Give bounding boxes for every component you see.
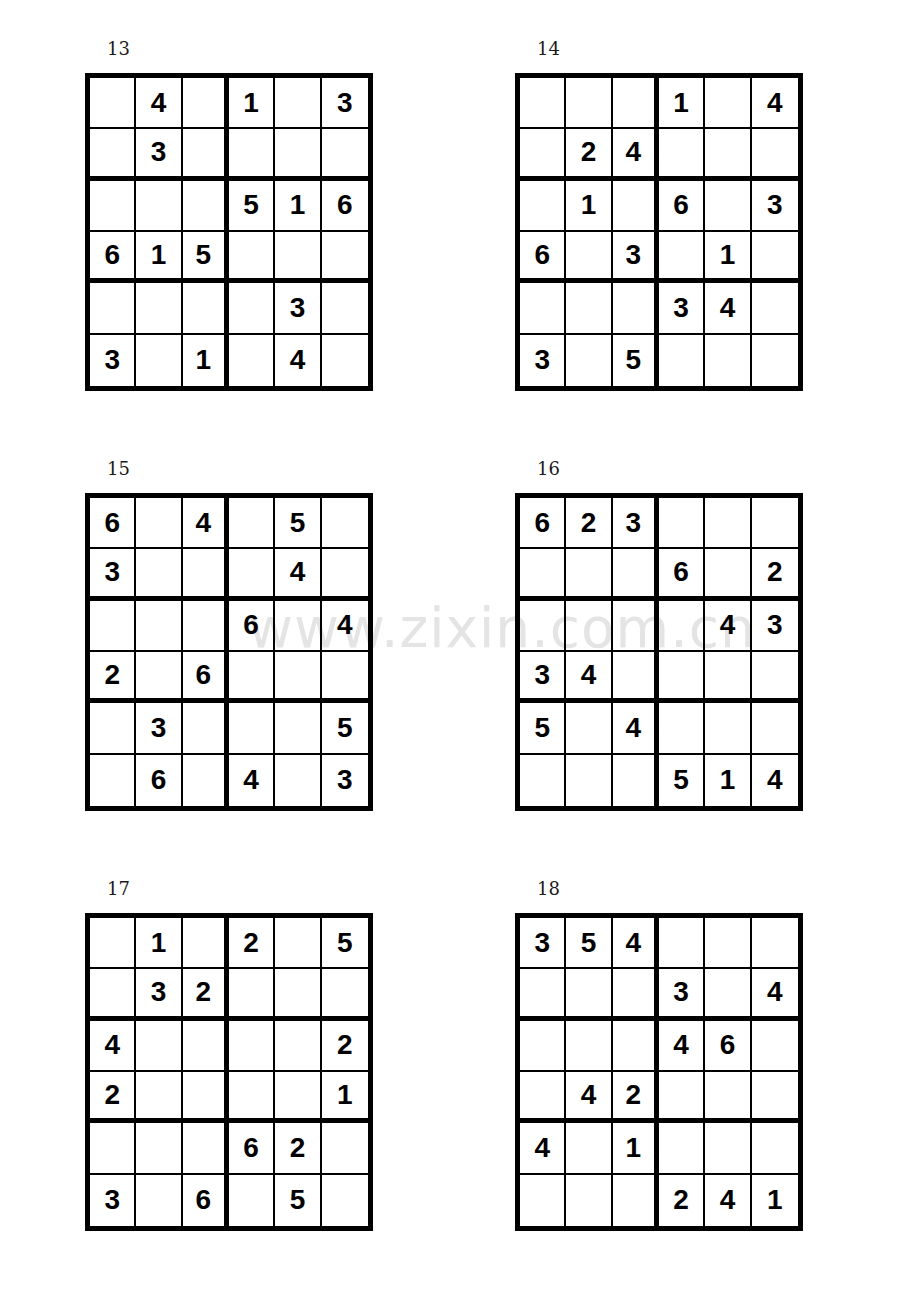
sudoku-cell-r3c5: 1 bbox=[275, 181, 321, 232]
sudoku-cell-r6c1 bbox=[520, 1175, 566, 1226]
sudoku-cell-r3c4: 4 bbox=[659, 1021, 705, 1072]
sudoku-cell-r3c2: 1 bbox=[566, 181, 612, 232]
sudoku-cell-r5c5 bbox=[705, 703, 751, 754]
sudoku-cell-r3c1 bbox=[520, 1021, 566, 1072]
sudoku-cell-r2c3 bbox=[183, 129, 229, 180]
sudoku-cell-r6c5: 5 bbox=[275, 1175, 321, 1226]
sudoku-cell-r4c1 bbox=[520, 1072, 566, 1123]
sudoku-cell-r4c3: 5 bbox=[183, 232, 229, 283]
sudoku-cell-r4c4 bbox=[659, 232, 705, 283]
sudoku-cell-r6c5: 4 bbox=[275, 335, 321, 386]
sudoku-cell-r2c2 bbox=[136, 549, 182, 600]
sudoku-cell-r1c1: 6 bbox=[90, 498, 136, 549]
sudoku-cell-r5c2 bbox=[566, 283, 612, 334]
sudoku-cell-r6c6 bbox=[322, 335, 368, 386]
puzzle-number-label: 13 bbox=[107, 38, 130, 59]
sudoku-cell-r5c3: 4 bbox=[613, 703, 659, 754]
sudoku-cell-r2c6 bbox=[322, 549, 368, 600]
sudoku-cell-r5c6 bbox=[322, 283, 368, 334]
sudoku-cell-r2c4: 3 bbox=[659, 969, 705, 1020]
sudoku-cell-r5c5: 4 bbox=[705, 283, 751, 334]
sudoku-cell-r1c4 bbox=[659, 498, 705, 549]
sudoku-cell-r1c5 bbox=[705, 918, 751, 969]
sudoku-cell-r2c4 bbox=[229, 549, 275, 600]
sudoku-cell-r3c2 bbox=[136, 601, 182, 652]
sudoku-cell-r1c4 bbox=[229, 498, 275, 549]
sudoku-cell-r3c6: 3 bbox=[752, 601, 798, 652]
sudoku-cell-r3c2 bbox=[136, 181, 182, 232]
sudoku-cell-r5c1 bbox=[90, 283, 136, 334]
sudoku-cell-r2c1 bbox=[520, 969, 566, 1020]
sudoku-cell-r4c6 bbox=[752, 232, 798, 283]
sudoku-cell-r1c6 bbox=[752, 918, 798, 969]
sudoku-cell-r5c4 bbox=[659, 1123, 705, 1174]
sudoku-board-14: 14241636313435 bbox=[515, 73, 803, 391]
sudoku-cell-r4c2: 1 bbox=[136, 232, 182, 283]
sudoku-cell-r1c3: 4 bbox=[613, 918, 659, 969]
sudoku-cell-r5c4: 3 bbox=[659, 283, 705, 334]
sudoku-cell-r4c1: 6 bbox=[90, 232, 136, 283]
sudoku-cell-r1c2 bbox=[566, 78, 612, 129]
sudoku-board-15: 64534642635643 bbox=[85, 493, 373, 811]
sudoku-cell-r6c3: 5 bbox=[613, 335, 659, 386]
sudoku-cell-r5c2 bbox=[136, 283, 182, 334]
sudoku-cell-r5c5 bbox=[275, 703, 321, 754]
sudoku-cell-r5c4: 6 bbox=[229, 1123, 275, 1174]
sudoku-cell-r5c2 bbox=[136, 1123, 182, 1174]
sudoku-cell-r4c2 bbox=[566, 232, 612, 283]
sudoku-cell-r6c3: 6 bbox=[183, 1175, 229, 1226]
sudoku-cell-r6c6: 1 bbox=[752, 1175, 798, 1226]
sudoku-cell-r2c3 bbox=[613, 969, 659, 1020]
sudoku-cell-r6c4: 2 bbox=[659, 1175, 705, 1226]
sudoku-cell-r2c5: 4 bbox=[275, 549, 321, 600]
sudoku-cell-r3c6: 2 bbox=[322, 1021, 368, 1072]
sudoku-cell-r1c3: 3 bbox=[613, 498, 659, 549]
sudoku-cell-r2c2: 2 bbox=[566, 129, 612, 180]
sudoku-cell-r6c3 bbox=[613, 1175, 659, 1226]
sudoku-cell-r4c6 bbox=[752, 652, 798, 703]
sudoku-cell-r1c2: 4 bbox=[136, 78, 182, 129]
sudoku-cell-r2c2 bbox=[566, 549, 612, 600]
sudoku-cell-r4c6 bbox=[752, 1072, 798, 1123]
sudoku-cell-r5c1 bbox=[90, 703, 136, 754]
sudoku-cell-r2c6: 2 bbox=[752, 549, 798, 600]
sudoku-cell-r1c3 bbox=[183, 918, 229, 969]
sudoku-cell-r4c6 bbox=[322, 232, 368, 283]
sudoku-cell-r6c3 bbox=[613, 755, 659, 806]
sudoku-cell-r6c3 bbox=[183, 755, 229, 806]
sudoku-cell-r1c5: 5 bbox=[275, 498, 321, 549]
sudoku-cell-r2c4 bbox=[659, 129, 705, 180]
sudoku-cell-r1c2: 5 bbox=[566, 918, 612, 969]
sudoku-cell-r5c2 bbox=[566, 703, 612, 754]
sudoku-cell-r4c3 bbox=[183, 1072, 229, 1123]
sudoku-cell-r3c4 bbox=[659, 601, 705, 652]
sudoku-cell-r3c2 bbox=[566, 1021, 612, 1072]
sudoku-cell-r2c6: 4 bbox=[752, 969, 798, 1020]
sudoku-cell-r3c3 bbox=[183, 1021, 229, 1072]
sudoku-cell-r6c6 bbox=[752, 335, 798, 386]
sudoku-cell-r3c4: 6 bbox=[659, 181, 705, 232]
sudoku-cell-r3c3 bbox=[613, 1021, 659, 1072]
sudoku-cell-r5c6 bbox=[752, 1123, 798, 1174]
sudoku-cell-r2c3: 4 bbox=[613, 129, 659, 180]
sudoku-cell-r2c4: 6 bbox=[659, 549, 705, 600]
sudoku-cell-r2c5 bbox=[705, 129, 751, 180]
sudoku-cell-r1c3: 4 bbox=[183, 498, 229, 549]
puzzle-number-label: 16 bbox=[537, 458, 560, 479]
sudoku-cell-r1c1 bbox=[90, 918, 136, 969]
sudoku-cell-r5c6 bbox=[752, 703, 798, 754]
sudoku-cell-r5c5: 2 bbox=[275, 1123, 321, 1174]
sudoku-cell-r1c4 bbox=[659, 918, 705, 969]
sudoku-cell-r5c1: 4 bbox=[520, 1123, 566, 1174]
sudoku-cell-r6c4 bbox=[229, 1175, 275, 1226]
sudoku-cell-r2c2: 3 bbox=[136, 969, 182, 1020]
sudoku-cell-r3c5 bbox=[705, 181, 751, 232]
sudoku-cell-r6c6 bbox=[322, 1175, 368, 1226]
sudoku-board-17: 12532422162365 bbox=[85, 913, 373, 1231]
sudoku-cell-r3c6: 6 bbox=[322, 181, 368, 232]
sudoku-cell-r5c6 bbox=[752, 283, 798, 334]
sudoku-cell-r6c5 bbox=[275, 755, 321, 806]
sudoku-cell-r5c4 bbox=[229, 283, 275, 334]
sudoku-cell-r4c5 bbox=[705, 1072, 751, 1123]
sudoku-cell-r6c4: 4 bbox=[229, 755, 275, 806]
sudoku-cell-r2c5 bbox=[705, 969, 751, 1020]
sudoku-cell-r4c4 bbox=[229, 1072, 275, 1123]
sudoku-cell-r4c5 bbox=[275, 652, 321, 703]
sudoku-cell-r1c2: 2 bbox=[566, 498, 612, 549]
sudoku-cell-r1c6: 4 bbox=[752, 78, 798, 129]
sudoku-cell-r1c5 bbox=[705, 78, 751, 129]
sudoku-cell-r1c3 bbox=[183, 78, 229, 129]
sudoku-cell-r5c2: 3 bbox=[136, 703, 182, 754]
sudoku-cell-r3c4 bbox=[229, 1021, 275, 1072]
sudoku-cell-r4c6 bbox=[322, 652, 368, 703]
sudoku-cell-r3c1: 4 bbox=[90, 1021, 136, 1072]
sudoku-cell-r1c1 bbox=[520, 78, 566, 129]
sudoku-cell-r2c3 bbox=[613, 549, 659, 600]
sudoku-cell-r2c1: 3 bbox=[90, 549, 136, 600]
sudoku-cell-r1c5 bbox=[275, 918, 321, 969]
sudoku-cell-r2c1 bbox=[90, 969, 136, 1020]
sudoku-cell-r5c3 bbox=[183, 283, 229, 334]
sudoku-cell-r1c2: 1 bbox=[136, 918, 182, 969]
sudoku-board-18: 35434464241241 bbox=[515, 913, 803, 1231]
sudoku-cell-r5c3 bbox=[183, 703, 229, 754]
sudoku-cell-r6c4 bbox=[229, 335, 275, 386]
sudoku-cell-r2c6 bbox=[322, 129, 368, 180]
sudoku-cell-r4c2: 4 bbox=[566, 1072, 612, 1123]
sudoku-cell-r6c5: 4 bbox=[705, 1175, 751, 1226]
sudoku-cell-r1c6 bbox=[322, 498, 368, 549]
sudoku-board-13: 41335166153314 bbox=[85, 73, 373, 391]
puzzle-number-label: 17 bbox=[107, 878, 130, 899]
sudoku-cell-r5c6 bbox=[322, 1123, 368, 1174]
sudoku-cell-r2c1 bbox=[520, 129, 566, 180]
puzzle-number-label: 18 bbox=[537, 878, 560, 899]
sudoku-cell-r4c3: 3 bbox=[613, 232, 659, 283]
sudoku-cell-r5c1: 5 bbox=[520, 703, 566, 754]
sudoku-cell-r5c3 bbox=[613, 283, 659, 334]
sudoku-cell-r3c3 bbox=[613, 181, 659, 232]
sudoku-cell-r6c2: 6 bbox=[136, 755, 182, 806]
sudoku-cell-r2c1 bbox=[520, 549, 566, 600]
sudoku-cell-r4c2: 4 bbox=[566, 652, 612, 703]
sudoku-cell-r6c2 bbox=[566, 1175, 612, 1226]
sudoku-cell-r2c4 bbox=[229, 969, 275, 1020]
sudoku-cell-r5c4 bbox=[659, 703, 705, 754]
sudoku-cell-r6c2 bbox=[136, 335, 182, 386]
sudoku-cell-r6c6: 3 bbox=[322, 755, 368, 806]
sudoku-cell-r1c3 bbox=[613, 78, 659, 129]
sudoku-cell-r3c1 bbox=[520, 601, 566, 652]
sudoku-cell-r5c3 bbox=[183, 1123, 229, 1174]
sudoku-cell-r1c6 bbox=[752, 498, 798, 549]
sudoku-cell-r3c5 bbox=[275, 1021, 321, 1072]
sudoku-cell-r4c1: 3 bbox=[520, 652, 566, 703]
sudoku-cell-r3c5: 6 bbox=[705, 1021, 751, 1072]
sudoku-cell-r2c2 bbox=[566, 969, 612, 1020]
sudoku-cell-r3c6 bbox=[752, 1021, 798, 1072]
sudoku-cell-r3c2 bbox=[136, 1021, 182, 1072]
sudoku-cell-r4c2 bbox=[136, 1072, 182, 1123]
sudoku-cell-r6c5: 1 bbox=[705, 755, 751, 806]
sudoku-cell-r5c5: 3 bbox=[275, 283, 321, 334]
sudoku-cell-r6c4 bbox=[659, 335, 705, 386]
sudoku-board-16: 62362433454514 bbox=[515, 493, 803, 811]
sudoku-cell-r5c2 bbox=[566, 1123, 612, 1174]
sudoku-cell-r2c5 bbox=[275, 129, 321, 180]
sudoku-cell-r4c3 bbox=[613, 652, 659, 703]
sudoku-cell-r3c5: 4 bbox=[705, 601, 751, 652]
sudoku-cell-r5c3: 1 bbox=[613, 1123, 659, 1174]
sudoku-cell-r6c2 bbox=[566, 335, 612, 386]
sudoku-cell-r4c3: 6 bbox=[183, 652, 229, 703]
sudoku-cell-r6c5 bbox=[705, 335, 751, 386]
sudoku-cell-r4c1: 2 bbox=[90, 1072, 136, 1123]
sudoku-cell-r4c5 bbox=[705, 652, 751, 703]
sudoku-cell-r2c5 bbox=[275, 969, 321, 1020]
sudoku-cell-r1c1 bbox=[90, 78, 136, 129]
sudoku-cell-r4c3: 2 bbox=[613, 1072, 659, 1123]
sudoku-cell-r1c5 bbox=[705, 498, 751, 549]
sudoku-cell-r6c4: 5 bbox=[659, 755, 705, 806]
sudoku-cell-r2c3 bbox=[183, 549, 229, 600]
sudoku-cell-r5c4 bbox=[229, 703, 275, 754]
sudoku-cell-r3c2 bbox=[566, 601, 612, 652]
sudoku-cell-r3c3 bbox=[183, 181, 229, 232]
sudoku-cell-r4c2 bbox=[136, 652, 182, 703]
sudoku-cell-r5c5 bbox=[705, 1123, 751, 1174]
sudoku-cell-r4c4 bbox=[229, 652, 275, 703]
sudoku-cell-r6c1 bbox=[90, 755, 136, 806]
sudoku-cell-r3c4: 6 bbox=[229, 601, 275, 652]
sudoku-cell-r4c5 bbox=[275, 232, 321, 283]
sudoku-cell-r5c6: 5 bbox=[322, 703, 368, 754]
sudoku-cell-r1c6: 5 bbox=[322, 918, 368, 969]
sudoku-cell-r4c1: 6 bbox=[520, 232, 566, 283]
sudoku-cell-r6c1: 3 bbox=[90, 1175, 136, 1226]
sudoku-cell-r2c2: 3 bbox=[136, 129, 182, 180]
sudoku-cell-r5c1 bbox=[520, 283, 566, 334]
sudoku-cell-r1c4: 1 bbox=[229, 78, 275, 129]
sudoku-cell-r3c1 bbox=[90, 181, 136, 232]
sudoku-cell-r4c5: 1 bbox=[705, 232, 751, 283]
puzzle-number-label: 14 bbox=[537, 38, 560, 59]
sudoku-cell-r4c4 bbox=[659, 1072, 705, 1123]
sudoku-cell-r1c2 bbox=[136, 498, 182, 549]
sudoku-cell-r1c6: 3 bbox=[322, 78, 368, 129]
sudoku-cell-r2c3: 2 bbox=[183, 969, 229, 1020]
sudoku-cell-r3c1 bbox=[90, 601, 136, 652]
sudoku-cell-r6c2 bbox=[136, 1175, 182, 1226]
sudoku-cell-r2c4 bbox=[229, 129, 275, 180]
sudoku-cell-r4c5 bbox=[275, 1072, 321, 1123]
sudoku-cell-r6c2 bbox=[566, 755, 612, 806]
sudoku-cell-r3c4: 5 bbox=[229, 181, 275, 232]
sudoku-cell-r1c4: 1 bbox=[659, 78, 705, 129]
sudoku-cell-r1c4: 2 bbox=[229, 918, 275, 969]
sudoku-cell-r3c6: 3 bbox=[752, 181, 798, 232]
sudoku-cell-r3c3 bbox=[183, 601, 229, 652]
sudoku-cell-r2c1 bbox=[90, 129, 136, 180]
sudoku-cell-r6c3: 1 bbox=[183, 335, 229, 386]
sudoku-cell-r5c1 bbox=[90, 1123, 136, 1174]
sudoku-cell-r6c1: 3 bbox=[520, 335, 566, 386]
sudoku-cell-r1c1: 6 bbox=[520, 498, 566, 549]
puzzle-number-label: 15 bbox=[107, 458, 130, 479]
sudoku-cell-r3c6: 4 bbox=[322, 601, 368, 652]
sudoku-cell-r4c4 bbox=[229, 232, 275, 283]
sudoku-cell-r4c4 bbox=[659, 652, 705, 703]
sudoku-cell-r2c5 bbox=[705, 549, 751, 600]
sudoku-cell-r2c6 bbox=[752, 129, 798, 180]
sudoku-cell-r6c1 bbox=[520, 755, 566, 806]
sudoku-cell-r4c1: 2 bbox=[90, 652, 136, 703]
sudoku-cell-r6c6: 4 bbox=[752, 755, 798, 806]
sudoku-cell-r1c1: 3 bbox=[520, 918, 566, 969]
sudoku-cell-r3c1 bbox=[520, 181, 566, 232]
sudoku-cell-r3c3 bbox=[613, 601, 659, 652]
sudoku-cell-r4c6: 1 bbox=[322, 1072, 368, 1123]
sudoku-cell-r1c5 bbox=[275, 78, 321, 129]
sudoku-worksheet-page: www.zixin.com.cn 13 41335166153314 14 14… bbox=[0, 0, 920, 1301]
sudoku-cell-r3c5 bbox=[275, 601, 321, 652]
sudoku-cell-r2c6 bbox=[322, 969, 368, 1020]
sudoku-cell-r6c1: 3 bbox=[90, 335, 136, 386]
